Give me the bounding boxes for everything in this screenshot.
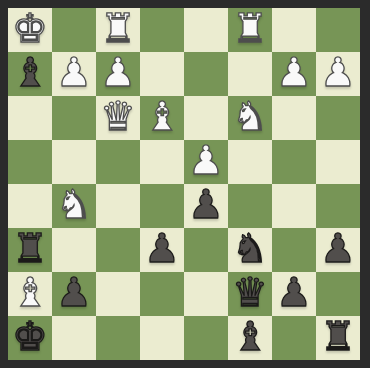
piece-black-bishop[interactable]: ♝ — [232, 314, 268, 358]
square-e6[interactable] — [184, 96, 228, 140]
square-d7[interactable] — [140, 52, 184, 96]
piece-black-knight[interactable]: ♞ — [232, 226, 268, 270]
square-g2[interactable]: ♟ — [272, 272, 316, 316]
piece-white-knight[interactable]: ♞ — [232, 94, 268, 138]
square-e1[interactable] — [184, 316, 228, 360]
square-f3[interactable]: ♞ — [228, 228, 272, 272]
square-e2[interactable] — [184, 272, 228, 316]
square-c2[interactable] — [96, 272, 140, 316]
piece-black-pawn[interactable]: ♟ — [320, 226, 356, 270]
square-e5[interactable]: ♟ — [184, 140, 228, 184]
square-e4[interactable]: ♟ — [184, 184, 228, 228]
square-c7[interactable]: ♟ — [96, 52, 140, 96]
square-b5[interactable] — [52, 140, 96, 184]
piece-white-pawn[interactable]: ♟ — [100, 50, 136, 94]
square-b7[interactable]: ♟ — [52, 52, 96, 96]
square-b2[interactable]: ♟ — [52, 272, 96, 316]
piece-black-pawn[interactable]: ♟ — [276, 270, 312, 314]
piece-white-king[interactable]: ♚ — [12, 6, 48, 50]
square-a1[interactable]: ♚ — [8, 316, 52, 360]
piece-black-rook[interactable]: ♜ — [320, 314, 356, 358]
piece-white-pawn[interactable]: ♟ — [320, 50, 356, 94]
piece-black-bishop[interactable]: ♝ — [12, 50, 48, 94]
square-g8[interactable] — [272, 8, 316, 52]
square-d4[interactable] — [140, 184, 184, 228]
square-e8[interactable] — [184, 8, 228, 52]
square-a2[interactable]: ♝ — [8, 272, 52, 316]
square-f7[interactable] — [228, 52, 272, 96]
piece-white-bishop[interactable]: ♝ — [12, 270, 48, 314]
piece-black-rook[interactable]: ♜ — [12, 226, 48, 270]
square-d5[interactable] — [140, 140, 184, 184]
square-f6[interactable]: ♞ — [228, 96, 272, 140]
square-c8[interactable]: ♜ — [96, 8, 140, 52]
square-g7[interactable]: ♟ — [272, 52, 316, 96]
square-f2[interactable]: ♛ — [228, 272, 272, 316]
square-a6[interactable] — [8, 96, 52, 140]
square-a3[interactable]: ♜ — [8, 228, 52, 272]
square-h4[interactable] — [316, 184, 360, 228]
square-h5[interactable] — [316, 140, 360, 184]
piece-black-king[interactable]: ♚ — [12, 314, 48, 358]
piece-black-pawn[interactable]: ♟ — [188, 182, 224, 226]
piece-black-pawn[interactable]: ♟ — [144, 226, 180, 270]
piece-black-queen[interactable]: ♛ — [232, 270, 268, 314]
square-b4[interactable]: ♞ — [52, 184, 96, 228]
square-d1[interactable] — [140, 316, 184, 360]
square-b3[interactable] — [52, 228, 96, 272]
square-h7[interactable]: ♟ — [316, 52, 360, 96]
square-c5[interactable] — [96, 140, 140, 184]
square-d3[interactable]: ♟ — [140, 228, 184, 272]
square-c3[interactable] — [96, 228, 140, 272]
square-b8[interactable] — [52, 8, 96, 52]
square-e3[interactable] — [184, 228, 228, 272]
square-h8[interactable] — [316, 8, 360, 52]
square-b1[interactable] — [52, 316, 96, 360]
square-c4[interactable] — [96, 184, 140, 228]
square-f5[interactable] — [228, 140, 272, 184]
square-g3[interactable] — [272, 228, 316, 272]
piece-white-rook[interactable]: ♜ — [232, 6, 268, 50]
square-g1[interactable] — [272, 316, 316, 360]
square-h1[interactable]: ♜ — [316, 316, 360, 360]
square-f1[interactable]: ♝ — [228, 316, 272, 360]
piece-white-pawn[interactable]: ♟ — [276, 50, 312, 94]
square-h3[interactable]: ♟ — [316, 228, 360, 272]
square-a5[interactable] — [8, 140, 52, 184]
piece-white-knight[interactable]: ♞ — [56, 182, 92, 226]
board-frame: ♚♜♜♝♟♟♟♟♛♝♞♟♞♟♜♟♞♟♝♟♛♟♚♝♜ — [0, 0, 370, 368]
piece-white-bishop[interactable]: ♝ — [144, 94, 180, 138]
square-d2[interactable] — [140, 272, 184, 316]
piece-white-pawn[interactable]: ♟ — [188, 138, 224, 182]
square-g6[interactable] — [272, 96, 316, 140]
square-f4[interactable] — [228, 184, 272, 228]
square-h2[interactable] — [316, 272, 360, 316]
square-b6[interactable] — [52, 96, 96, 140]
square-c1[interactable] — [96, 316, 140, 360]
square-e7[interactable] — [184, 52, 228, 96]
square-a8[interactable]: ♚ — [8, 8, 52, 52]
piece-white-rook[interactable]: ♜ — [100, 6, 136, 50]
square-c6[interactable]: ♛ — [96, 96, 140, 140]
square-f8[interactable]: ♜ — [228, 8, 272, 52]
square-a4[interactable] — [8, 184, 52, 228]
square-d8[interactable] — [140, 8, 184, 52]
chess-board: ♚♜♜♝♟♟♟♟♛♝♞♟♞♟♜♟♞♟♝♟♛♟♚♝♜ — [8, 8, 360, 360]
square-a7[interactable]: ♝ — [8, 52, 52, 96]
piece-black-pawn[interactable]: ♟ — [56, 270, 92, 314]
square-g5[interactable] — [272, 140, 316, 184]
piece-white-pawn[interactable]: ♟ — [56, 50, 92, 94]
square-d6[interactable]: ♝ — [140, 96, 184, 140]
square-h6[interactable] — [316, 96, 360, 140]
square-g4[interactable] — [272, 184, 316, 228]
piece-white-queen[interactable]: ♛ — [100, 94, 136, 138]
